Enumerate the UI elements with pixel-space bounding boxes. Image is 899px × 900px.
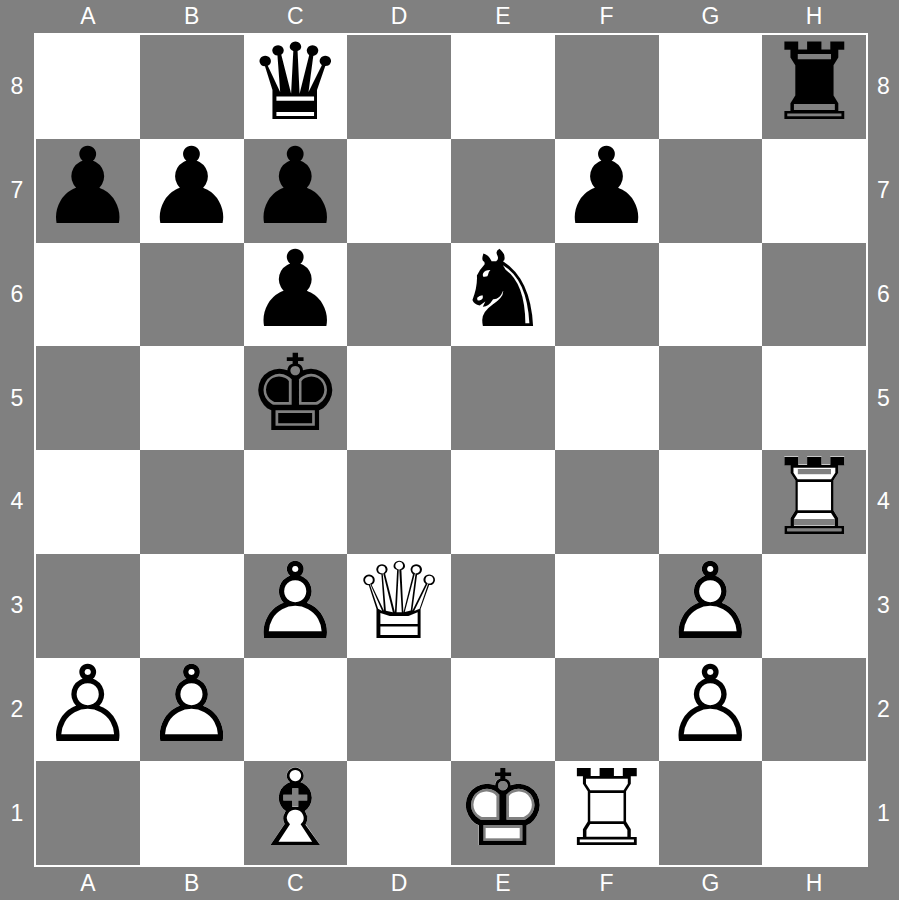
square-b5[interactable] — [140, 346, 244, 450]
square-g5[interactable] — [659, 346, 763, 450]
rank-label-1: 1 — [0, 761, 34, 865]
white-pawn[interactable]: ♟♙ — [140, 658, 244, 762]
black-knight[interactable]: ♞ — [451, 243, 555, 347]
file-label-f: F — [555, 0, 659, 33]
square-b7[interactable]: ♟ — [140, 139, 244, 243]
square-g7[interactable] — [659, 139, 763, 243]
square-h7[interactable] — [762, 139, 866, 243]
rank-label-5: 5 — [0, 346, 34, 450]
square-h2[interactable] — [762, 658, 866, 762]
white-bishop-glyph: ♗ — [248, 756, 343, 862]
file-label-g: G — [659, 0, 763, 33]
square-d8[interactable] — [347, 35, 451, 139]
square-h1[interactable] — [762, 761, 866, 865]
file-label-g: G — [659, 867, 763, 900]
square-d7[interactable] — [347, 139, 451, 243]
square-g1[interactable] — [659, 761, 763, 865]
white-rook[interactable]: ♜♖ — [555, 761, 659, 865]
rank-labels-right: 87654321 — [868, 35, 899, 865]
board-frame: ABCDEFGH ABCDEFGH 87654321 87654321 ♛♜♟♟… — [0, 0, 899, 900]
square-e7[interactable] — [451, 139, 555, 243]
white-rook-glyph: ♖ — [767, 445, 862, 551]
rank-label-7: 7 — [0, 139, 34, 243]
square-f4[interactable] — [555, 450, 659, 554]
square-h3[interactable] — [762, 554, 866, 658]
black-rook-glyph: ♜ — [767, 30, 862, 136]
white-bishop[interactable]: ♝♗ — [244, 761, 348, 865]
square-a1[interactable] — [36, 761, 140, 865]
square-e3[interactable] — [451, 554, 555, 658]
black-pawn-glyph: ♟ — [40, 133, 135, 239]
file-label-d: D — [347, 0, 451, 33]
square-b2[interactable]: ♟♙ — [140, 658, 244, 762]
file-label-b: B — [140, 867, 244, 900]
square-f7[interactable]: ♟ — [555, 139, 659, 243]
file-label-c: C — [244, 867, 348, 900]
rank-label-1: 1 — [868, 761, 899, 865]
square-g4[interactable] — [659, 450, 763, 554]
square-c7[interactable]: ♟ — [244, 139, 348, 243]
black-pawn[interactable]: ♟ — [36, 139, 140, 243]
square-g3[interactable]: ♟♙ — [659, 554, 763, 658]
file-label-a: A — [36, 867, 140, 900]
white-king[interactable]: ♚♔ — [451, 761, 555, 865]
file-label-e: E — [451, 0, 555, 33]
white-pawn[interactable]: ♟♙ — [244, 554, 348, 658]
white-pawn[interactable]: ♟♙ — [659, 658, 763, 762]
black-pawn-glyph: ♟ — [559, 133, 654, 239]
square-d6[interactable] — [347, 243, 451, 347]
black-pawn[interactable]: ♟ — [555, 139, 659, 243]
white-pawn-glyph: ♙ — [40, 652, 135, 758]
black-pawn-glyph: ♟ — [248, 237, 343, 343]
black-knight-glyph: ♞ — [455, 237, 550, 343]
square-c6[interactable]: ♟ — [244, 243, 348, 347]
black-pawn-glyph: ♟ — [248, 133, 343, 239]
square-e2[interactable] — [451, 658, 555, 762]
rank-label-4: 4 — [868, 450, 899, 554]
square-g6[interactable] — [659, 243, 763, 347]
rank-label-4: 4 — [0, 450, 34, 554]
black-pawn[interactable]: ♟ — [244, 139, 348, 243]
file-label-e: E — [451, 867, 555, 900]
square-a5[interactable] — [36, 346, 140, 450]
rank-label-2: 2 — [868, 658, 899, 762]
square-d1[interactable] — [347, 761, 451, 865]
white-pawn-glyph: ♙ — [144, 652, 239, 758]
square-b4[interactable] — [140, 450, 244, 554]
square-d2[interactable] — [347, 658, 451, 762]
white-pawn-glyph: ♙ — [663, 652, 758, 758]
black-pawn-glyph: ♟ — [144, 133, 239, 239]
rank-label-2: 2 — [0, 658, 34, 762]
square-f5[interactable] — [555, 346, 659, 450]
square-b8[interactable] — [140, 35, 244, 139]
square-b3[interactable] — [140, 554, 244, 658]
square-g2[interactable]: ♟♙ — [659, 658, 763, 762]
black-king[interactable]: ♚ — [244, 346, 348, 450]
white-pawn[interactable]: ♟♙ — [36, 658, 140, 762]
white-rook-glyph: ♖ — [559, 756, 654, 862]
rank-label-8: 8 — [0, 35, 34, 139]
black-rook[interactable]: ♜ — [762, 35, 866, 139]
square-c1[interactable]: ♝♗ — [244, 761, 348, 865]
file-labels-bottom: ABCDEFGH — [36, 867, 866, 900]
file-label-a: A — [36, 0, 140, 33]
square-a7[interactable]: ♟ — [36, 139, 140, 243]
file-label-h: H — [762, 867, 866, 900]
square-h6[interactable] — [762, 243, 866, 347]
rank-labels-left: 87654321 — [0, 35, 34, 865]
square-f3[interactable] — [555, 554, 659, 658]
rank-label-6: 6 — [0, 243, 34, 347]
square-f6[interactable] — [555, 243, 659, 347]
square-e5[interactable] — [451, 346, 555, 450]
square-b1[interactable] — [140, 761, 244, 865]
white-pawn[interactable]: ♟♙ — [659, 554, 763, 658]
black-queen[interactable]: ♛ — [244, 35, 348, 139]
square-d3[interactable]: ♛♕ — [347, 554, 451, 658]
rank-label-3: 3 — [868, 554, 899, 658]
square-c2[interactable] — [244, 658, 348, 762]
rank-label-5: 5 — [868, 346, 899, 450]
square-a2[interactable]: ♟♙ — [36, 658, 140, 762]
square-f1[interactable]: ♜♖ — [555, 761, 659, 865]
square-e6[interactable]: ♞ — [451, 243, 555, 347]
square-g8[interactable] — [659, 35, 763, 139]
white-pawn-glyph: ♙ — [663, 548, 758, 654]
square-b6[interactable] — [140, 243, 244, 347]
square-f8[interactable] — [555, 35, 659, 139]
chess-board: ♛♜♟♟♟♟♟♞♚♜♖♟♙♛♕♟♙♟♙♟♙♟♙♝♗♚♔♜♖ — [34, 33, 868, 867]
white-pawn-glyph: ♙ — [248, 548, 343, 654]
square-e4[interactable] — [451, 450, 555, 554]
square-c5[interactable]: ♚ — [244, 346, 348, 450]
rank-label-8: 8 — [868, 35, 899, 139]
black-pawn[interactable]: ♟ — [244, 243, 348, 347]
square-e8[interactable] — [451, 35, 555, 139]
white-rook[interactable]: ♜♖ — [762, 450, 866, 554]
rank-label-3: 3 — [0, 554, 34, 658]
square-a6[interactable] — [36, 243, 140, 347]
square-c8[interactable]: ♛ — [244, 35, 348, 139]
square-h8[interactable]: ♜ — [762, 35, 866, 139]
black-pawn[interactable]: ♟ — [140, 139, 244, 243]
square-e1[interactable]: ♚♔ — [451, 761, 555, 865]
square-d5[interactable] — [347, 346, 451, 450]
file-label-b: B — [140, 0, 244, 33]
rank-label-6: 6 — [868, 243, 899, 347]
square-h4[interactable]: ♜♖ — [762, 450, 866, 554]
square-h5[interactable] — [762, 346, 866, 450]
black-king-glyph: ♚ — [248, 341, 343, 447]
square-d4[interactable] — [347, 450, 451, 554]
square-c4[interactable] — [244, 450, 348, 554]
file-labels-top: ABCDEFGH — [36, 0, 866, 33]
white-queen[interactable]: ♛♕ — [347, 554, 451, 658]
square-a3[interactable] — [36, 554, 140, 658]
file-label-f: F — [555, 867, 659, 900]
square-a4[interactable] — [36, 450, 140, 554]
square-f2[interactable] — [555, 658, 659, 762]
black-queen-glyph: ♛ — [248, 30, 343, 136]
white-queen-glyph: ♕ — [352, 548, 447, 654]
file-label-d: D — [347, 867, 451, 900]
rank-label-7: 7 — [868, 139, 899, 243]
square-c3[interactable]: ♟♙ — [244, 554, 348, 658]
white-king-glyph: ♔ — [455, 756, 550, 862]
square-a8[interactable] — [36, 35, 140, 139]
